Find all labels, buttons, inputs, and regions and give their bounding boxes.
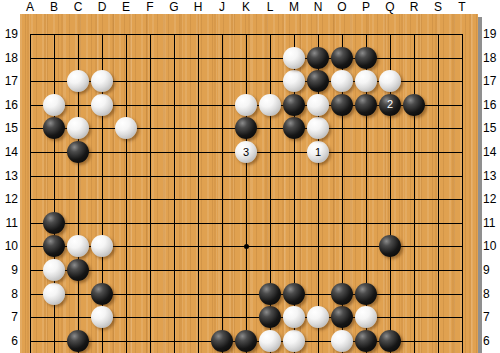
move-number-label: 1 bbox=[315, 147, 321, 158]
white-stone-O17[interactable] bbox=[331, 70, 353, 92]
row-label-right-15: 15 bbox=[483, 121, 500, 135]
white-stone-D16[interactable] bbox=[91, 94, 113, 116]
black-stone-C14[interactable] bbox=[67, 141, 89, 163]
row-label-left-7: 7 bbox=[0, 310, 18, 324]
white-stone-C15[interactable] bbox=[67, 117, 89, 139]
black-stone-O8[interactable] bbox=[331, 283, 353, 305]
white-stone-C10[interactable] bbox=[67, 235, 89, 257]
row-label-right-17: 17 bbox=[483, 74, 500, 88]
black-stone-Q6[interactable] bbox=[379, 330, 401, 352]
white-stone-K14[interactable]: 3 bbox=[235, 141, 257, 163]
column-label-R: R bbox=[402, 0, 426, 14]
black-stone-L8[interactable] bbox=[259, 283, 281, 305]
row-label-left-8: 8 bbox=[0, 287, 18, 301]
row-label-left-16: 16 bbox=[0, 98, 18, 112]
row-label-left-12: 12 bbox=[0, 192, 18, 206]
row-label-left-9: 9 bbox=[0, 263, 18, 277]
row-label-left-6: 6 bbox=[0, 334, 18, 348]
row-label-right-18: 18 bbox=[483, 51, 500, 65]
white-stone-B16[interactable] bbox=[43, 94, 65, 116]
grid-line-row-19 bbox=[30, 34, 463, 35]
black-stone-O16[interactable] bbox=[331, 94, 353, 116]
white-stone-M18[interactable] bbox=[283, 47, 305, 69]
black-stone-M16[interactable] bbox=[283, 94, 305, 116]
row-label-right-9: 9 bbox=[483, 263, 500, 277]
column-label-F: F bbox=[138, 0, 162, 14]
black-stone-M15[interactable] bbox=[283, 117, 305, 139]
column-label-D: D bbox=[90, 0, 114, 14]
black-stone-B15[interactable] bbox=[43, 117, 65, 139]
white-stone-M7[interactable] bbox=[283, 306, 305, 328]
black-stone-K6[interactable] bbox=[235, 330, 257, 352]
white-stone-M6[interactable] bbox=[283, 330, 305, 352]
grid-line-row-9 bbox=[30, 270, 463, 271]
grid-line-row-18 bbox=[30, 58, 463, 59]
black-stone-O7[interactable] bbox=[331, 306, 353, 328]
white-stone-M17[interactable] bbox=[283, 70, 305, 92]
black-stone-P6[interactable] bbox=[355, 330, 377, 352]
row-label-right-11: 11 bbox=[483, 216, 500, 230]
black-stone-N17[interactable] bbox=[307, 70, 329, 92]
black-stone-M8[interactable] bbox=[283, 283, 305, 305]
white-stone-Q17[interactable] bbox=[379, 70, 401, 92]
column-label-M: M bbox=[282, 0, 306, 14]
star-point-K10 bbox=[244, 244, 249, 249]
black-stone-R16[interactable] bbox=[403, 94, 425, 116]
black-stone-P8[interactable] bbox=[355, 283, 377, 305]
row-label-right-13: 13 bbox=[483, 169, 500, 183]
black-stone-O18[interactable] bbox=[331, 47, 353, 69]
white-stone-K16[interactable] bbox=[235, 94, 257, 116]
grid-line-row-12 bbox=[30, 199, 463, 200]
column-label-S: S bbox=[426, 0, 450, 14]
row-label-right-7: 7 bbox=[483, 310, 500, 324]
white-stone-N14[interactable]: 1 bbox=[307, 141, 329, 163]
black-stone-Q16[interactable]: 2 bbox=[379, 94, 401, 116]
column-label-N: N bbox=[306, 0, 330, 14]
row-label-left-14: 14 bbox=[0, 145, 18, 159]
white-stone-P17[interactable] bbox=[355, 70, 377, 92]
column-label-L: L bbox=[258, 0, 282, 14]
column-label-A: A bbox=[18, 0, 42, 14]
row-label-left-19: 19 bbox=[0, 27, 18, 41]
row-label-right-6: 6 bbox=[483, 334, 500, 348]
go-app-window: ABCDEFGHJKLMNOPQRST 19181716151413121110… bbox=[0, 0, 500, 353]
black-stone-C6[interactable] bbox=[67, 330, 89, 352]
white-stone-L6[interactable] bbox=[259, 330, 281, 352]
column-label-P: P bbox=[354, 0, 378, 14]
move-number-label: 3 bbox=[243, 147, 249, 158]
board-drop-shadow bbox=[478, 17, 482, 353]
row-label-left-11: 11 bbox=[0, 216, 18, 230]
white-stone-D7[interactable] bbox=[91, 306, 113, 328]
row-label-right-12: 12 bbox=[483, 192, 500, 206]
row-label-left-10: 10 bbox=[0, 239, 18, 253]
white-stone-N7[interactable] bbox=[307, 306, 329, 328]
row-label-left-13: 13 bbox=[0, 169, 18, 183]
black-stone-P16[interactable] bbox=[355, 94, 377, 116]
column-label-H: H bbox=[186, 0, 210, 14]
column-label-O: O bbox=[330, 0, 354, 14]
white-stone-L16[interactable] bbox=[259, 94, 281, 116]
white-stone-P7[interactable] bbox=[355, 306, 377, 328]
grid-line-row-11 bbox=[30, 223, 463, 224]
white-stone-D17[interactable] bbox=[91, 70, 113, 92]
column-label-B: B bbox=[42, 0, 66, 14]
white-stone-B9[interactable] bbox=[43, 259, 65, 281]
column-label-K: K bbox=[234, 0, 258, 14]
black-stone-J6[interactable] bbox=[211, 330, 233, 352]
white-stone-N15[interactable] bbox=[307, 117, 329, 139]
column-label-C: C bbox=[66, 0, 90, 14]
column-label-T: T bbox=[450, 0, 474, 14]
white-stone-D10[interactable] bbox=[91, 235, 113, 257]
white-stone-O6[interactable] bbox=[331, 330, 353, 352]
black-stone-K15[interactable] bbox=[235, 117, 257, 139]
black-stone-L7[interactable] bbox=[259, 306, 281, 328]
black-stone-B11[interactable] bbox=[43, 212, 65, 234]
row-label-right-14: 14 bbox=[483, 145, 500, 159]
column-label-G: G bbox=[162, 0, 186, 14]
white-stone-N16[interactable] bbox=[307, 94, 329, 116]
move-number-label: 2 bbox=[387, 99, 393, 110]
row-label-left-17: 17 bbox=[0, 74, 18, 88]
row-label-right-19: 19 bbox=[483, 27, 500, 41]
grid-line-row-13 bbox=[30, 176, 463, 177]
row-label-right-8: 8 bbox=[483, 287, 500, 301]
column-label-J: J bbox=[210, 0, 234, 14]
white-stone-E15[interactable] bbox=[115, 117, 137, 139]
row-label-right-16: 16 bbox=[483, 98, 500, 112]
row-label-left-18: 18 bbox=[0, 51, 18, 65]
black-stone-C9[interactable] bbox=[67, 259, 89, 281]
white-stone-B8[interactable] bbox=[43, 283, 65, 305]
black-stone-D8[interactable] bbox=[91, 283, 113, 305]
row-label-right-10: 10 bbox=[483, 239, 500, 253]
column-label-E: E bbox=[114, 0, 138, 14]
black-stone-N18[interactable] bbox=[307, 47, 329, 69]
column-label-Q: Q bbox=[378, 0, 402, 14]
white-stone-C17[interactable] bbox=[67, 70, 89, 92]
row-label-left-15: 15 bbox=[0, 121, 18, 135]
black-stone-Q10[interactable] bbox=[379, 235, 401, 257]
goban[interactable]: 231 bbox=[20, 14, 478, 353]
black-stone-B10[interactable] bbox=[43, 235, 65, 257]
black-stone-P18[interactable] bbox=[355, 47, 377, 69]
